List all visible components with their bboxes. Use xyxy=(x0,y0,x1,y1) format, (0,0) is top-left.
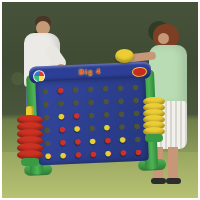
cell-r6c4-red-disc[interactable]: ● xyxy=(85,147,101,161)
red-disc-stack[interactable] xyxy=(17,106,43,166)
held-yellow-disc[interactable] xyxy=(115,49,134,63)
garden-scene: Big 4 ●●●●●●●●●●●●●●●●●●●●●●●●●●●●●●●●●●… xyxy=(2,2,198,198)
connect4-board: Big 4 ●●●●●●●●●●●●●●●●●●●●●●●●●●●●●●●●●●… xyxy=(23,57,160,181)
woman-sandal xyxy=(166,178,181,184)
cell-r6c2-yellow-disc[interactable]: ● xyxy=(55,148,71,162)
woman-face xyxy=(158,33,169,44)
cell-r6c3-red-disc[interactable]: ● xyxy=(70,147,86,161)
connect4-grid: ●●●●●●●●●●●●●●●●●●●●●●●●●●●●●●●●●●●●●●●●… xyxy=(37,80,145,163)
board-panel: ●●●●●●●●●●●●●●●●●●●●●●●●●●●●●●●●●●●●●●●●… xyxy=(35,77,149,166)
stack-base xyxy=(21,158,39,166)
woman-leg xyxy=(168,147,178,179)
woman-sandal xyxy=(151,178,166,184)
cell-r6c7-red-disc[interactable]: ● xyxy=(130,145,146,159)
cell-r6c5-yellow-disc[interactable]: ● xyxy=(100,146,116,160)
cell-r6c6-red-disc[interactable]: ● xyxy=(115,145,131,159)
board-logo: Big 4 xyxy=(29,65,151,77)
photo-frame: Big 4 ●●●●●●●●●●●●●●●●●●●●●●●●●●●●●●●●●●… xyxy=(0,0,200,200)
stack-base xyxy=(145,134,163,142)
yellow-disc-stack[interactable] xyxy=(143,100,165,142)
